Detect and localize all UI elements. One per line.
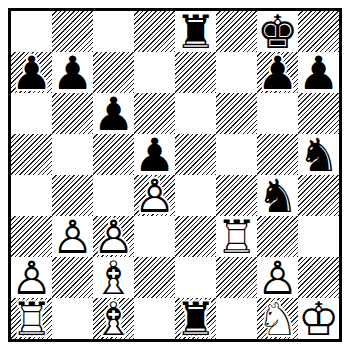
square-b2[interactable] xyxy=(52,257,93,298)
square-b7[interactable]: ♟♟ xyxy=(52,52,93,93)
chess-diagram: ♜♜♚♚♟♟♟♟♟♟♟♟♟♟♟♟♞♞♟♙♞♞♟♙♟♙♜♖♟♙♝♗♟♙♜♖♝♗♜♜… xyxy=(0,0,350,350)
square-a6[interactable] xyxy=(11,93,52,134)
piece-white-king-icon: ♔ xyxy=(298,298,339,339)
piece-halo: ♟ xyxy=(257,52,298,93)
square-f3[interactable]: ♜♖ xyxy=(216,216,257,257)
square-e7[interactable] xyxy=(175,52,216,93)
square-b4[interactable] xyxy=(52,175,93,216)
square-e3[interactable] xyxy=(175,216,216,257)
square-f4[interactable] xyxy=(216,175,257,216)
piece-black-pawn-icon: ♟ xyxy=(257,52,298,93)
piece-white-rook-icon: ♖ xyxy=(216,216,257,257)
square-g6[interactable] xyxy=(257,93,298,134)
square-d1[interactable] xyxy=(134,298,175,339)
square-g3[interactable] xyxy=(257,216,298,257)
square-b1[interactable] xyxy=(52,298,93,339)
piece-halo: ♟ xyxy=(134,134,175,175)
square-g5[interactable] xyxy=(257,134,298,175)
square-c1[interactable]: ♝♗ xyxy=(93,298,134,339)
piece-halo: ♟ xyxy=(298,52,339,93)
piece-white-rook-icon: ♖ xyxy=(11,298,52,339)
square-a1[interactable]: ♜♖ xyxy=(11,298,52,339)
square-h1[interactable]: ♚♔ xyxy=(298,298,339,339)
piece-black-pawn-icon: ♟ xyxy=(52,52,93,93)
piece-halo: ♚ xyxy=(257,11,298,52)
square-a2[interactable]: ♟♙ xyxy=(11,257,52,298)
piece-halo: ♟ xyxy=(11,52,52,93)
chess-board: ♜♜♚♚♟♟♟♟♟♟♟♟♟♟♟♟♞♞♟♙♞♞♟♙♟♙♜♖♟♙♝♗♟♙♜♖♝♗♜♜… xyxy=(8,8,342,342)
square-g2[interactable]: ♟♙ xyxy=(257,257,298,298)
piece-halo: ♟ xyxy=(134,175,175,216)
piece-halo: ♟ xyxy=(52,216,93,257)
piece-white-bishop-icon: ♗ xyxy=(93,298,134,339)
piece-halo: ♟ xyxy=(93,93,134,134)
square-e8[interactable]: ♜♜ xyxy=(175,11,216,52)
square-e2[interactable] xyxy=(175,257,216,298)
piece-halo: ♞ xyxy=(257,298,298,339)
square-f8[interactable] xyxy=(216,11,257,52)
square-h5[interactable]: ♞♞ xyxy=(298,134,339,175)
square-e1[interactable]: ♜♜ xyxy=(175,298,216,339)
square-e4[interactable] xyxy=(175,175,216,216)
piece-halo: ♟ xyxy=(52,52,93,93)
piece-halo: ♟ xyxy=(11,257,52,298)
piece-halo: ♞ xyxy=(298,134,339,175)
piece-black-pawn-icon: ♟ xyxy=(134,134,175,175)
square-c8[interactable] xyxy=(93,11,134,52)
square-d8[interactable] xyxy=(134,11,175,52)
piece-black-rook-icon: ♜ xyxy=(175,11,216,52)
square-h8[interactable] xyxy=(298,11,339,52)
piece-halo: ♜ xyxy=(216,216,257,257)
square-h6[interactable] xyxy=(298,93,339,134)
square-d4[interactable]: ♟♙ xyxy=(134,175,175,216)
piece-halo: ♟ xyxy=(93,216,134,257)
square-e6[interactable] xyxy=(175,93,216,134)
square-a3[interactable] xyxy=(11,216,52,257)
square-h7[interactable]: ♟♟ xyxy=(298,52,339,93)
square-b6[interactable] xyxy=(52,93,93,134)
square-d3[interactable] xyxy=(134,216,175,257)
piece-halo: ♚ xyxy=(298,298,339,339)
piece-white-bishop-icon: ♗ xyxy=(93,257,134,298)
square-g7[interactable]: ♟♟ xyxy=(257,52,298,93)
square-d6[interactable] xyxy=(134,93,175,134)
square-g4[interactable]: ♞♞ xyxy=(257,175,298,216)
square-c7[interactable] xyxy=(93,52,134,93)
square-d5[interactable]: ♟♟ xyxy=(134,134,175,175)
piece-white-pawn-icon: ♙ xyxy=(11,257,52,298)
square-c2[interactable]: ♝♗ xyxy=(93,257,134,298)
piece-black-knight-icon: ♞ xyxy=(257,175,298,216)
piece-black-pawn-icon: ♟ xyxy=(11,52,52,93)
square-c5[interactable] xyxy=(93,134,134,175)
square-b3[interactable]: ♟♙ xyxy=(52,216,93,257)
square-h4[interactable] xyxy=(298,175,339,216)
square-a8[interactable] xyxy=(11,11,52,52)
square-c4[interactable] xyxy=(93,175,134,216)
piece-white-pawn-icon: ♙ xyxy=(93,216,134,257)
piece-white-knight-icon: ♘ xyxy=(257,298,298,339)
piece-black-king-icon: ♚ xyxy=(257,11,298,52)
square-f5[interactable] xyxy=(216,134,257,175)
piece-halo: ♝ xyxy=(93,298,134,339)
square-d2[interactable] xyxy=(134,257,175,298)
square-f7[interactable] xyxy=(216,52,257,93)
piece-white-pawn-icon: ♙ xyxy=(52,216,93,257)
square-a4[interactable] xyxy=(11,175,52,216)
square-c6[interactable]: ♟♟ xyxy=(93,93,134,134)
square-g8[interactable]: ♚♚ xyxy=(257,11,298,52)
square-d7[interactable] xyxy=(134,52,175,93)
square-a7[interactable]: ♟♟ xyxy=(11,52,52,93)
piece-black-pawn-icon: ♟ xyxy=(93,93,134,134)
square-h3[interactable] xyxy=(298,216,339,257)
piece-white-pawn-icon: ♙ xyxy=(134,175,175,216)
piece-halo: ♜ xyxy=(11,298,52,339)
piece-halo: ♞ xyxy=(257,175,298,216)
square-f6[interactable] xyxy=(216,93,257,134)
square-f1[interactable] xyxy=(216,298,257,339)
piece-halo: ♜ xyxy=(175,298,216,339)
piece-black-pawn-icon: ♟ xyxy=(298,52,339,93)
piece-white-pawn-icon: ♙ xyxy=(257,257,298,298)
piece-halo: ♝ xyxy=(93,257,134,298)
square-f2[interactable] xyxy=(216,257,257,298)
square-e5[interactable] xyxy=(175,134,216,175)
square-h2[interactable] xyxy=(298,257,339,298)
square-b8[interactable] xyxy=(52,11,93,52)
piece-halo: ♜ xyxy=(175,11,216,52)
square-g1[interactable]: ♞♘ xyxy=(257,298,298,339)
square-c3[interactable]: ♟♙ xyxy=(93,216,134,257)
square-a5[interactable] xyxy=(11,134,52,175)
piece-black-knight-icon: ♞ xyxy=(298,134,339,175)
square-b5[interactable] xyxy=(52,134,93,175)
piece-halo: ♟ xyxy=(257,257,298,298)
piece-black-rook-icon: ♜ xyxy=(175,298,216,339)
